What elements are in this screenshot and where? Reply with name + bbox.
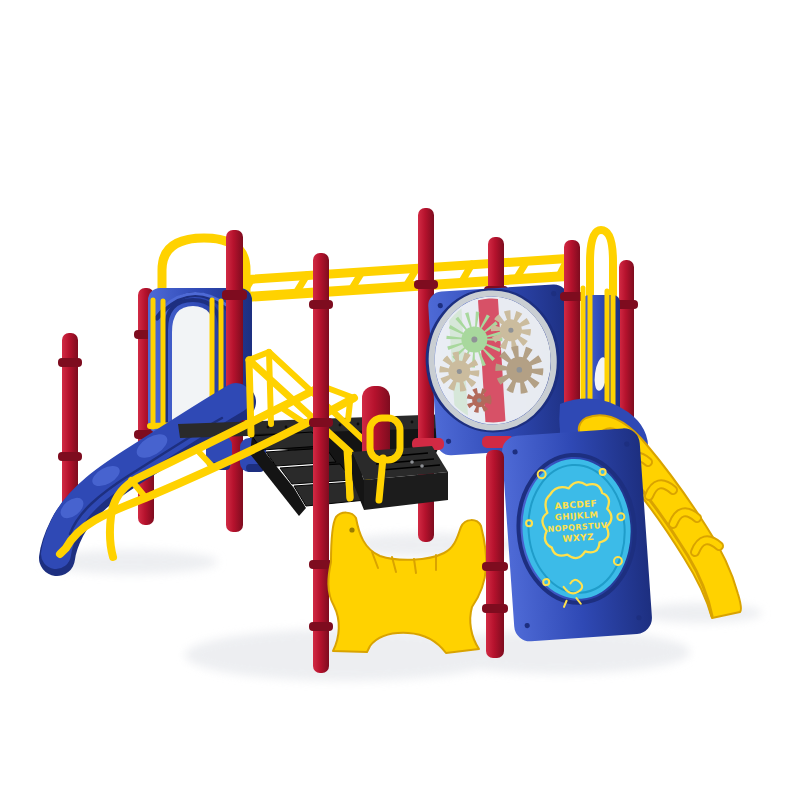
gear-panel	[423, 284, 577, 456]
rail-post	[347, 450, 350, 497]
post-front-right	[486, 450, 504, 658]
post-left-tall	[226, 230, 243, 532]
playground-product-image: ABCDEF GHIJKLM NOPQRSTUV WXYZ	[0, 0, 800, 800]
alphabet-panel: ABCDEF GHIJKLM NOPQRSTUV WXYZ	[501, 427, 653, 642]
post-front-left	[313, 253, 329, 673]
right-arch-loop	[590, 230, 613, 304]
handle-post	[379, 458, 383, 500]
